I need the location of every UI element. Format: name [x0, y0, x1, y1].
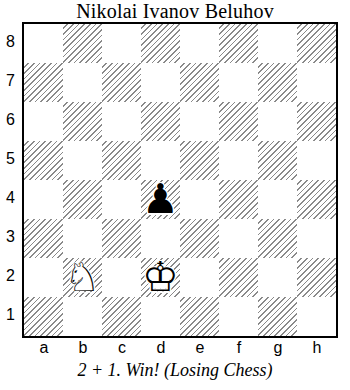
file-label-f: f [220, 339, 259, 356]
square-b7 [63, 63, 102, 102]
square-d2: ♚♔ [141, 258, 180, 297]
square-d1 [141, 297, 180, 336]
rank-label-8: 8 [0, 22, 22, 61]
rank-label-2: 2 [0, 256, 22, 295]
square-d7 [141, 63, 180, 102]
stipulation-caption: 2 + 1. Win! (Losing Chess) [0, 359, 350, 381]
square-h5 [297, 141, 336, 180]
rank-label-4: 4 [0, 178, 22, 217]
rank-label-1: 1 [0, 295, 22, 334]
square-c8 [102, 24, 141, 63]
square-g8 [258, 24, 297, 63]
black-pawn-glyph: ♟ [142, 175, 179, 223]
square-c3 [102, 219, 141, 258]
square-g3 [258, 219, 297, 258]
square-d6 [141, 102, 180, 141]
square-f4 [219, 180, 258, 219]
square-a3 [24, 219, 63, 258]
square-f7 [219, 63, 258, 102]
file-label-h: h [298, 339, 337, 356]
rank-label-5: 5 [0, 139, 22, 178]
square-e1 [180, 297, 219, 336]
rank-labels: 87654321 [0, 22, 22, 334]
black-pawn: ♟ [142, 180, 179, 219]
file-label-c: c [103, 339, 142, 356]
square-h8 [297, 24, 336, 63]
file-label-b: b [64, 339, 103, 356]
square-b5 [63, 141, 102, 180]
square-c2 [102, 258, 141, 297]
square-g4 [258, 180, 297, 219]
square-c4 [102, 180, 141, 219]
square-d4: ♟ [141, 180, 180, 219]
white-king: ♚♔ [142, 258, 179, 297]
file-label-a: a [25, 339, 64, 356]
square-e2 [180, 258, 219, 297]
square-c5 [102, 141, 141, 180]
square-h7 [297, 63, 336, 102]
square-h1 [297, 297, 336, 336]
square-e3 [180, 219, 219, 258]
square-e6 [180, 102, 219, 141]
square-a7 [24, 63, 63, 102]
square-f8 [219, 24, 258, 63]
square-e8 [180, 24, 219, 63]
file-label-e: e [181, 339, 220, 356]
square-c1 [102, 297, 141, 336]
rank-label-7: 7 [0, 61, 22, 100]
white-king-glyph: ♔ [142, 253, 179, 301]
board-area: 87654321 ♟♞♘♚♔ [0, 22, 350, 338]
square-e4 [180, 180, 219, 219]
square-f3 [219, 219, 258, 258]
square-f2 [219, 258, 258, 297]
square-b2: ♞♘ [63, 258, 102, 297]
rank-label-6: 6 [0, 100, 22, 139]
square-g7 [258, 63, 297, 102]
square-b8 [63, 24, 102, 63]
square-h6 [297, 102, 336, 141]
square-f6 [219, 102, 258, 141]
chess-board: ♟♞♘♚♔ [22, 22, 338, 338]
square-e7 [180, 63, 219, 102]
square-b4 [63, 180, 102, 219]
square-a6 [24, 102, 63, 141]
square-h4 [297, 180, 336, 219]
composer-name: Nikolai Ivanov Beluhov [0, 0, 350, 22]
square-c7 [102, 63, 141, 102]
square-c6 [102, 102, 141, 141]
square-a1 [24, 297, 63, 336]
square-g2 [258, 258, 297, 297]
square-h2 [297, 258, 336, 297]
square-b1 [63, 297, 102, 336]
white-knight-glyph: ♘ [64, 253, 101, 301]
white-knight: ♞♘ [64, 258, 101, 297]
square-b6 [63, 102, 102, 141]
square-d8 [141, 24, 180, 63]
file-labels: abcdefgh [25, 339, 337, 356]
square-a2 [24, 258, 63, 297]
square-f5 [219, 141, 258, 180]
square-g5 [258, 141, 297, 180]
square-a5 [24, 141, 63, 180]
square-h3 [297, 219, 336, 258]
square-f1 [219, 297, 258, 336]
file-label-g: g [259, 339, 298, 356]
rank-label-3: 3 [0, 217, 22, 256]
square-a4 [24, 180, 63, 219]
square-g1 [258, 297, 297, 336]
square-a8 [24, 24, 63, 63]
square-g6 [258, 102, 297, 141]
file-label-d: d [142, 339, 181, 356]
chess-diagram-page: Nikolai Ivanov Beluhov 87654321 ♟♞♘♚♔ ab… [0, 0, 350, 390]
square-e5 [180, 141, 219, 180]
